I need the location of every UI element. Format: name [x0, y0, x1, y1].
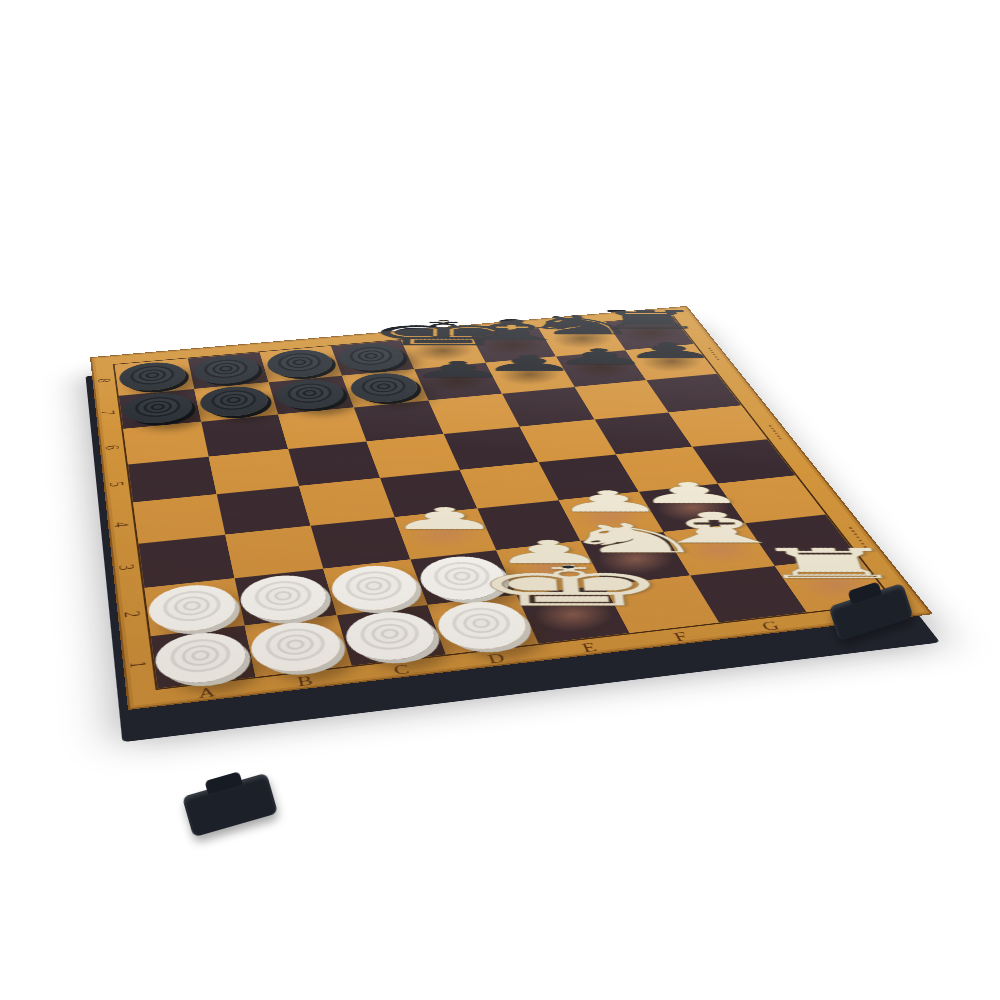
edge-fine-print-2 [769, 425, 783, 440]
square-b3[interactable] [225, 526, 323, 579]
file-label-A: A [197, 685, 216, 700]
square-a4[interactable] [133, 494, 225, 543]
rank-label-1: 1 [126, 660, 149, 669]
rank-label-5: 5 [106, 481, 126, 487]
file-label-F: F [671, 630, 689, 643]
file-label-C: C [392, 662, 411, 676]
product-photo-page: ABCDEFGH12345678 m ♚♞♝♜♟♟♟♟♟♟♟♞♝♟♚♜ [0, 0, 1000, 1000]
file-label-D: D [486, 651, 507, 665]
file-label-G: G [759, 619, 782, 632]
pieces-layer: ♚♞♝♜♟♟♟♟♟♟♟♞♝♟♚♜ [90, 306, 687, 357]
pawn-glyph: ♟ [407, 359, 509, 381]
king-glyph: ♚ [361, 317, 524, 351]
square-b1[interactable] [245, 615, 352, 677]
square-c1[interactable] [337, 605, 446, 666]
board-3d-scene: ABCDEFGH12345678 m ♚♞♝♜♟♟♟♟♟♟♟♞♝♟♚♜ [90, 306, 933, 710]
file-label-B: B [296, 674, 314, 688]
rank-label-2: 2 [120, 610, 143, 618]
square-a1[interactable] [151, 626, 256, 689]
rank-label-8: 8 [95, 378, 113, 383]
rank-label-6: 6 [102, 444, 121, 450]
ivory-finial-dot [439, 321, 448, 323]
square-c3[interactable] [311, 517, 411, 569]
board-latch-left [182, 773, 278, 838]
rank-label-7: 7 [98, 410, 117, 416]
rank-label-3: 3 [115, 564, 137, 571]
square-c5[interactable] [288, 442, 380, 487]
square-a3[interactable] [139, 535, 235, 588]
file-label-E: E [579, 640, 598, 654]
rank-label-4: 4 [111, 521, 132, 528]
